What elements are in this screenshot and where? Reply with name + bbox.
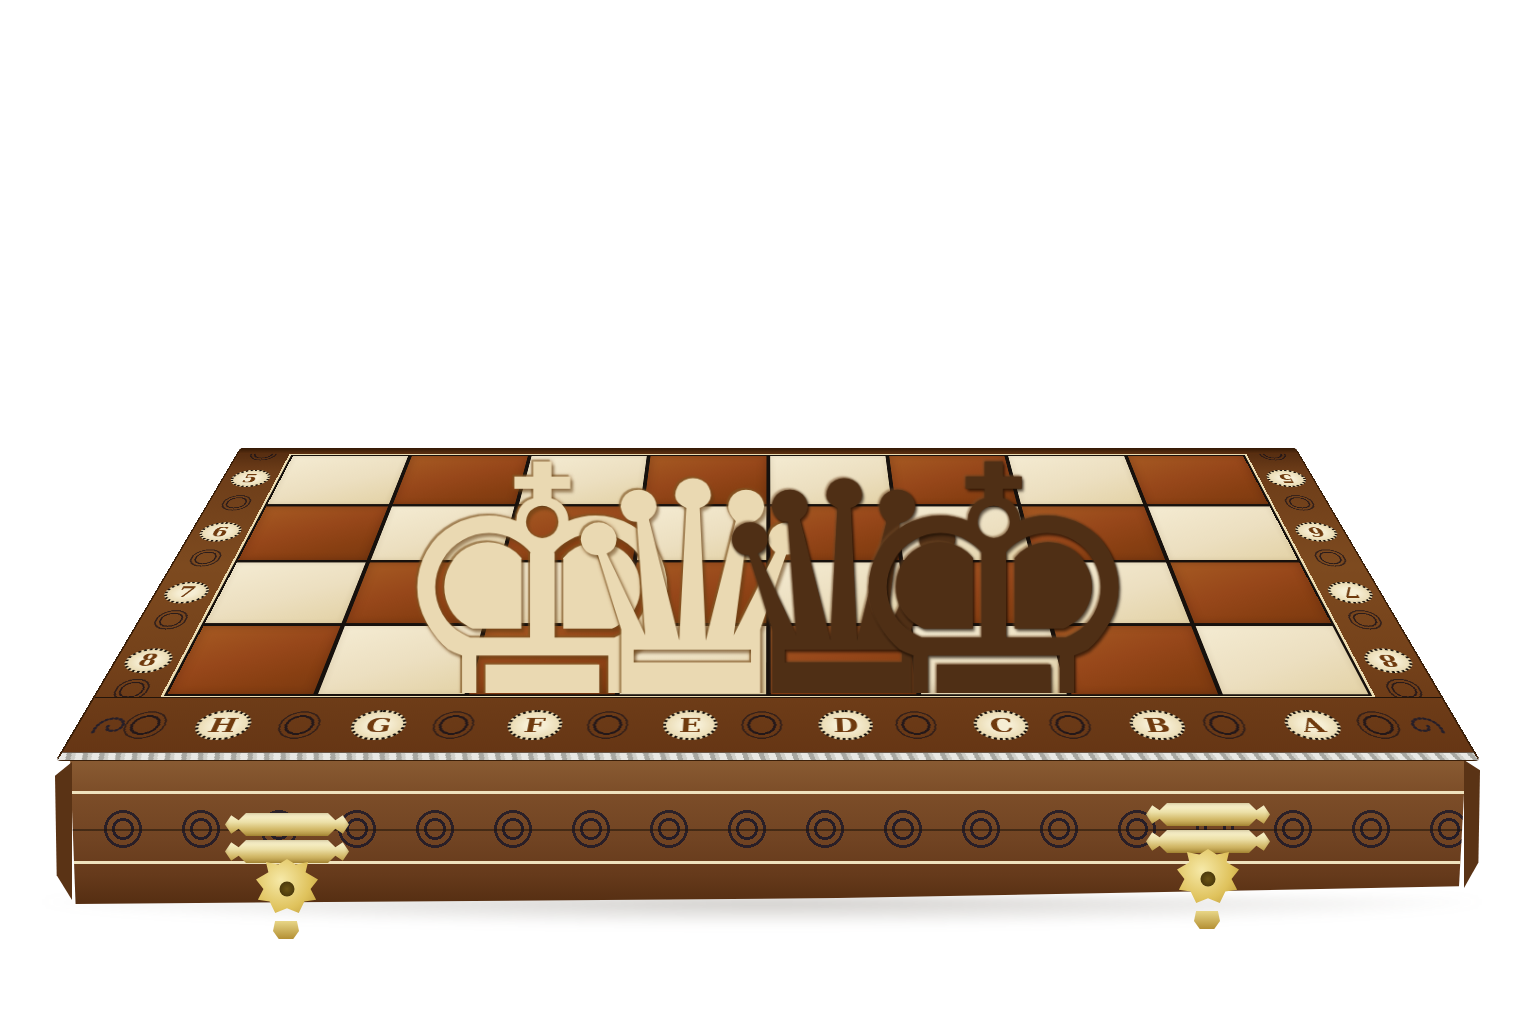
file-medallion: F (504, 710, 564, 740)
left-latch[interactable] (225, 813, 349, 943)
file-medallion: H (189, 710, 257, 740)
black-king-glyph: ♚ (834, 420, 1154, 777)
board-perspective-wrap: 5678 5678 ♚♛♛♚ HGFEDCBA (58, 155, 1478, 760)
product-photo-stage: 5678 5678 ♚♛♛♚ HGFEDCBA (0, 0, 1536, 1024)
rank-medallion: 7 (158, 582, 213, 604)
file-label-b: B (1075, 710, 1241, 740)
file-label-f: F (453, 710, 615, 740)
file-label-h: H (138, 710, 308, 740)
latch-keeper (1194, 911, 1220, 929)
file-medallion: D (818, 710, 874, 740)
rope-trim (58, 752, 1478, 760)
rank-medallion: 5 (226, 470, 274, 487)
square-h6[interactable] (238, 506, 388, 560)
file-label-d: D (768, 710, 926, 740)
file-medallion: C (972, 710, 1032, 740)
file-label-a: A (1229, 710, 1399, 740)
rank-medallion: 8 (118, 648, 178, 673)
file-label-e: E (610, 710, 768, 740)
right-latch[interactable] (1146, 803, 1270, 933)
front-right-corner-scroll (1385, 714, 1464, 736)
latch-pendant (1177, 849, 1239, 909)
rank-medallion: 7 (1322, 582, 1377, 604)
inlay-stripe: ♚♛♛♚ (160, 454, 1376, 698)
file-medallion: B (1125, 710, 1189, 740)
board-grid: ♚♛♛♚ (168, 456, 1369, 694)
front-left-corner-scroll (72, 714, 151, 736)
file-label-g: G (295, 710, 461, 740)
box-right-side (1464, 760, 1480, 888)
square-a8[interactable] (1195, 626, 1368, 695)
square-h7[interactable] (205, 562, 366, 623)
latch-keeper (273, 921, 299, 939)
square-h8[interactable] (168, 626, 341, 695)
box-left-side (55, 762, 72, 900)
rank-medallion: 6 (1291, 523, 1342, 542)
rank-medallion: 6 (194, 523, 245, 542)
latch-plate (1146, 803, 1270, 826)
square-a7[interactable] (1170, 562, 1331, 623)
file-medallion: G (346, 710, 410, 740)
file-medallion: E (662, 710, 718, 740)
chess-board-top: 5678 5678 ♚♛♛♚ HGFEDCBA (58, 448, 1478, 760)
file-label-c: C (922, 710, 1084, 740)
latch-plate (225, 813, 349, 836)
file-medallion: A (1279, 710, 1347, 740)
square-c8[interactable]: ♚ (912, 626, 1067, 695)
square-a6[interactable] (1148, 506, 1298, 560)
front-letter-band: HGFEDCBA (62, 697, 1474, 753)
rank-medallion: 8 (1358, 648, 1418, 673)
latch-pendant (256, 859, 318, 919)
rank-medallion: 5 (1262, 470, 1310, 487)
